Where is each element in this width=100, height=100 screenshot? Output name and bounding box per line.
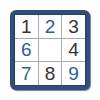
cell-r3c1[interactable]: 7 [15,62,38,85]
sudoku-icon[interactable]: 1 2 3 6 4 7 8 9 [10,10,90,90]
cell-r2c2-empty[interactable] [39,39,62,62]
cell-r2c1[interactable]: 6 [15,39,38,62]
cell-r1c1[interactable]: 1 [15,15,38,38]
cell-r3c2[interactable]: 8 [39,62,62,85]
cell-r1c2[interactable]: 2 [39,15,62,38]
sudoku-board: 1 2 3 6 4 7 8 9 [14,14,86,86]
cell-r3c3[interactable]: 9 [62,62,85,85]
cell-r2c3[interactable]: 4 [62,39,85,62]
cell-r1c3[interactable]: 3 [62,15,85,38]
